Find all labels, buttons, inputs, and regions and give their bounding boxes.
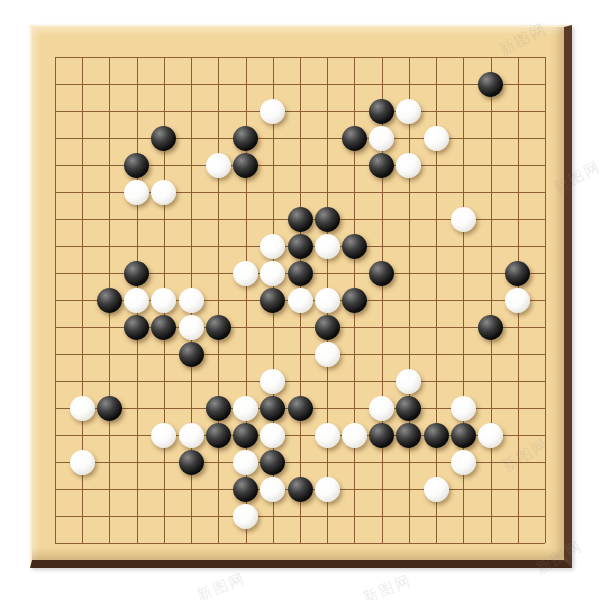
stone-white[interactable]: [315, 423, 340, 448]
stone-white[interactable]: [260, 477, 285, 502]
stone-white[interactable]: [424, 477, 449, 502]
stone-black[interactable]: [260, 288, 285, 313]
stone-black[interactable]: [342, 126, 367, 151]
stone-black[interactable]: [260, 450, 285, 475]
stone-white[interactable]: [206, 153, 231, 178]
stone-black[interactable]: [97, 288, 122, 313]
stone-white[interactable]: [179, 423, 204, 448]
stone-white[interactable]: [451, 450, 476, 475]
stone-white[interactable]: [260, 423, 285, 448]
stone-white[interactable]: [396, 153, 421, 178]
stone-white[interactable]: [342, 423, 367, 448]
stone-black[interactable]: [260, 396, 285, 421]
stone-black[interactable]: [206, 423, 231, 448]
grid-line-horizontal: [55, 516, 545, 517]
stone-white[interactable]: [151, 288, 176, 313]
stone-black[interactable]: [369, 153, 394, 178]
stone-black[interactable]: [424, 423, 449, 448]
go-board-image: 新图网新图网新图网新图网新图网新图网: [0, 0, 600, 600]
stone-black[interactable]: [233, 126, 258, 151]
stone-black[interactable]: [206, 315, 231, 340]
stone-black[interactable]: [315, 315, 340, 340]
stone-black[interactable]: [396, 396, 421, 421]
stone-black[interactable]: [369, 423, 394, 448]
grid-line-vertical: [491, 57, 492, 543]
stone-black[interactable]: [124, 153, 149, 178]
grid-line-horizontal: [55, 354, 545, 355]
stone-black[interactable]: [206, 396, 231, 421]
stone-white[interactable]: [451, 396, 476, 421]
stone-black[interactable]: [451, 423, 476, 448]
stone-black[interactable]: [288, 207, 313, 232]
stone-black[interactable]: [233, 423, 258, 448]
stone-white[interactable]: [151, 180, 176, 205]
stone-white[interactable]: [315, 288, 340, 313]
stone-white[interactable]: [179, 315, 204, 340]
stone-black[interactable]: [124, 315, 149, 340]
stone-white[interactable]: [179, 288, 204, 313]
stone-black[interactable]: [288, 261, 313, 286]
stone-black[interactable]: [151, 126, 176, 151]
stone-black[interactable]: [342, 288, 367, 313]
stone-black[interactable]: [369, 99, 394, 124]
grid-line-horizontal: [55, 381, 545, 382]
stone-black[interactable]: [505, 261, 530, 286]
stone-black[interactable]: [233, 153, 258, 178]
stone-black[interactable]: [369, 261, 394, 286]
grid-line-vertical: [409, 57, 410, 543]
watermark: 新图网: [360, 571, 414, 600]
stone-black[interactable]: [97, 396, 122, 421]
stone-black[interactable]: [179, 450, 204, 475]
stone-white[interactable]: [288, 288, 313, 313]
stone-black[interactable]: [179, 342, 204, 367]
stone-white[interactable]: [260, 99, 285, 124]
stone-white[interactable]: [396, 369, 421, 394]
watermark: 新图网: [194, 569, 248, 600]
stone-white[interactable]: [233, 396, 258, 421]
stone-white[interactable]: [260, 234, 285, 259]
stone-black[interactable]: [288, 477, 313, 502]
stone-white[interactable]: [233, 261, 258, 286]
stone-white[interactable]: [451, 207, 476, 232]
stone-black[interactable]: [342, 234, 367, 259]
stone-white[interactable]: [505, 288, 530, 313]
stone-white[interactable]: [233, 504, 258, 529]
stone-black[interactable]: [396, 423, 421, 448]
stone-white[interactable]: [315, 342, 340, 367]
stone-white[interactable]: [70, 450, 95, 475]
stone-black[interactable]: [478, 72, 503, 97]
stone-white[interactable]: [424, 126, 449, 151]
stone-white[interactable]: [260, 369, 285, 394]
stone-black[interactable]: [288, 234, 313, 259]
stone-white[interactable]: [124, 180, 149, 205]
stone-white[interactable]: [124, 288, 149, 313]
grid-line-vertical: [545, 57, 546, 543]
stone-black[interactable]: [288, 396, 313, 421]
stone-white[interactable]: [315, 477, 340, 502]
stone-white[interactable]: [151, 423, 176, 448]
stone-white[interactable]: [70, 396, 95, 421]
stone-black[interactable]: [315, 207, 340, 232]
stone-white[interactable]: [260, 261, 285, 286]
stone-black[interactable]: [478, 315, 503, 340]
stone-white[interactable]: [369, 126, 394, 151]
stone-black[interactable]: [124, 261, 149, 286]
stone-white[interactable]: [233, 450, 258, 475]
stone-black[interactable]: [151, 315, 176, 340]
stone-black[interactable]: [233, 477, 258, 502]
go-board[interactable]: [30, 25, 572, 568]
stone-white[interactable]: [478, 423, 503, 448]
grid-line-horizontal: [55, 543, 545, 544]
stone-white[interactable]: [396, 99, 421, 124]
stone-white[interactable]: [369, 396, 394, 421]
stone-white[interactable]: [315, 234, 340, 259]
